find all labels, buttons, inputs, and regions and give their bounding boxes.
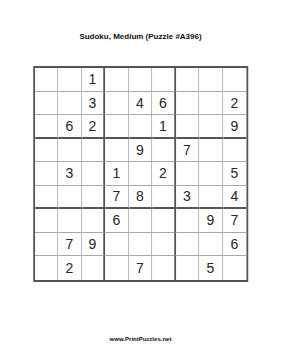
cell-r8c8 [199, 233, 223, 257]
cell-r5c9: 5 [223, 162, 247, 186]
cell-r9c3 [82, 256, 106, 280]
cell-r3c3: 2 [82, 115, 106, 139]
cell-r9c8: 5 [199, 256, 223, 280]
cell-r1c7 [176, 68, 200, 92]
cell-r4c8 [199, 139, 223, 163]
cell-r1c1 [35, 68, 59, 92]
cell-r6c7: 3 [176, 186, 200, 210]
cell-r5c7 [176, 162, 200, 186]
cell-r1c3: 1 [82, 68, 106, 92]
cell-r1c8 [199, 68, 223, 92]
cell-r1c2 [58, 68, 82, 92]
cell-r5c4: 1 [105, 162, 129, 186]
cell-r2c5: 4 [129, 92, 153, 116]
cell-r6c1 [35, 186, 59, 210]
cell-r8c1 [35, 233, 59, 257]
cell-r9c5: 7 [129, 256, 153, 280]
cell-r5c2: 3 [58, 162, 82, 186]
cell-r2c1 [35, 92, 59, 116]
cell-r8c7 [176, 233, 200, 257]
cell-r2c6: 6 [152, 92, 176, 116]
cell-r4c1 [35, 139, 59, 163]
cell-r2c4 [105, 92, 129, 116]
cell-r2c7 [176, 92, 200, 116]
cell-r3c8 [199, 115, 223, 139]
cell-r2c8 [199, 92, 223, 116]
cell-r8c2: 7 [58, 233, 82, 257]
cell-r7c6 [152, 209, 176, 233]
cell-r6c2 [58, 186, 82, 210]
cell-r9c7 [176, 256, 200, 280]
cell-r9c1 [35, 256, 59, 280]
cell-r9c9 [223, 256, 247, 280]
puzzle-title: Sudoku, Medium (Puzzle #A396) [0, 32, 281, 41]
cell-r8c3: 9 [82, 233, 106, 257]
footer-site-url: www.PrintPuzzles.net [0, 336, 281, 342]
cell-r9c2: 2 [58, 256, 82, 280]
cell-r6c9: 4 [223, 186, 247, 210]
cell-r7c5 [129, 209, 153, 233]
cell-r6c8 [199, 186, 223, 210]
cell-r3c6: 1 [152, 115, 176, 139]
sudoku-board: 1346262199731257834697796275 [33, 66, 249, 282]
cell-r5c5 [129, 162, 153, 186]
cell-r1c6 [152, 68, 176, 92]
cell-r8c9: 6 [223, 233, 247, 257]
cell-r4c2 [58, 139, 82, 163]
cell-r5c8 [199, 162, 223, 186]
cell-r6c5: 8 [129, 186, 153, 210]
cell-r7c9: 7 [223, 209, 247, 233]
cell-r5c6: 2 [152, 162, 176, 186]
cell-r3c9: 9 [223, 115, 247, 139]
cell-r3c7 [176, 115, 200, 139]
cell-r5c1 [35, 162, 59, 186]
cell-r8c6 [152, 233, 176, 257]
cell-r2c9: 2 [223, 92, 247, 116]
cell-r3c5 [129, 115, 153, 139]
cell-r4c6 [152, 139, 176, 163]
cell-r6c6 [152, 186, 176, 210]
cell-r1c9 [223, 68, 247, 92]
cell-r1c5 [129, 68, 153, 92]
print-page: Sudoku, Medium (Puzzle #A396) 1346262199… [0, 0, 281, 363]
cell-r5c3 [82, 162, 106, 186]
cell-r6c3 [82, 186, 106, 210]
cell-r7c1 [35, 209, 59, 233]
cell-r9c4 [105, 256, 129, 280]
cell-r1c4 [105, 68, 129, 92]
cell-r3c4 [105, 115, 129, 139]
cell-r8c5 [129, 233, 153, 257]
cell-r4c4 [105, 139, 129, 163]
cell-r4c9 [223, 139, 247, 163]
cell-r8c4 [105, 233, 129, 257]
cell-r2c3: 3 [82, 92, 106, 116]
cell-r4c7: 7 [176, 139, 200, 163]
cell-r3c2: 6 [58, 115, 82, 139]
cell-r7c3 [82, 209, 106, 233]
cell-r3c1 [35, 115, 59, 139]
cell-r7c7 [176, 209, 200, 233]
cell-r7c4: 6 [105, 209, 129, 233]
cell-r4c5: 9 [129, 139, 153, 163]
cell-r7c2 [58, 209, 82, 233]
cell-r7c8: 9 [199, 209, 223, 233]
cell-r9c6 [152, 256, 176, 280]
cell-r2c2 [58, 92, 82, 116]
cell-r6c4: 7 [105, 186, 129, 210]
cell-r4c3 [82, 139, 106, 163]
